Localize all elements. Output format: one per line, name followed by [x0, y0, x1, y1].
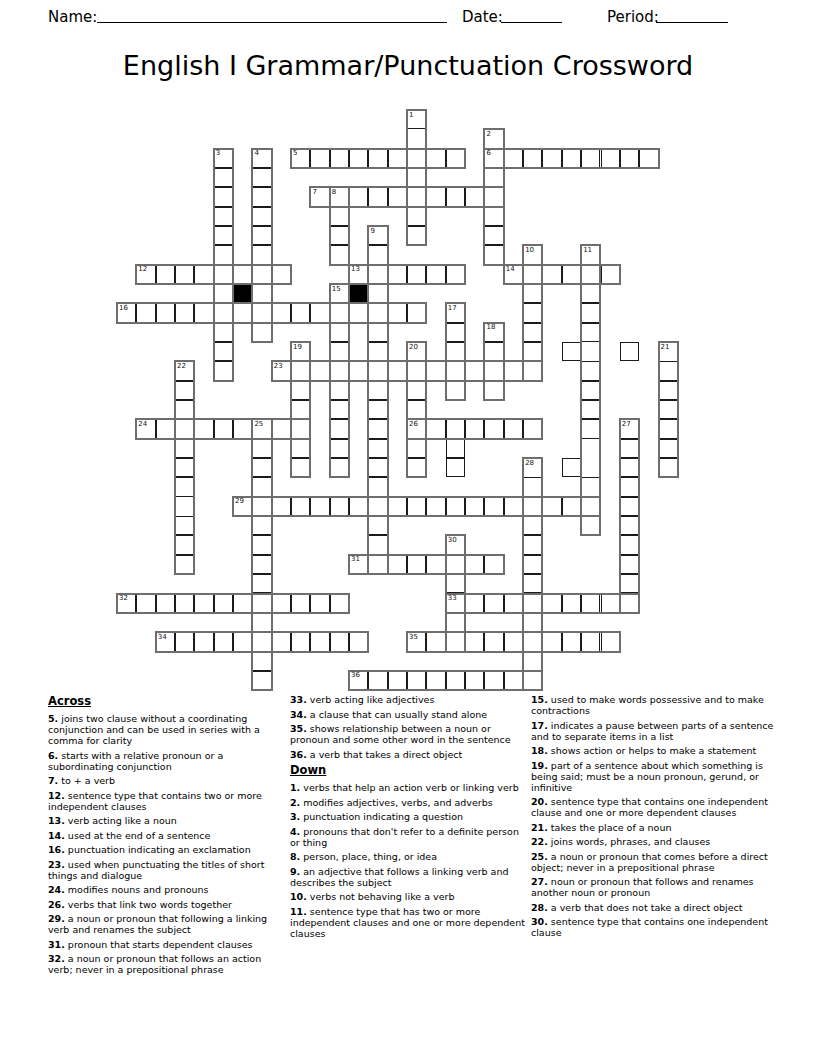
grid-cell[interactable] [523, 516, 542, 535]
grid-cell[interactable] [214, 323, 233, 342]
grid-cell[interactable] [175, 361, 194, 380]
grid-cell[interactable] [659, 419, 678, 438]
grid-cell[interactable] [233, 632, 252, 651]
grid-cell[interactable] [504, 594, 523, 613]
grid-cell[interactable] [581, 516, 600, 535]
grid-cell[interactable] [214, 207, 233, 226]
grid-cell[interactable] [523, 652, 542, 671]
grid-cell[interactable] [175, 535, 194, 554]
grid-cell[interactable] [330, 303, 349, 322]
grid-cell[interactable] [291, 497, 310, 516]
grid-cell[interactable] [407, 265, 426, 284]
grid-cell[interactable] [330, 594, 349, 613]
grid-cell[interactable] [330, 207, 349, 226]
grid-cell[interactable] [446, 671, 465, 690]
grid-cell[interactable] [504, 632, 523, 651]
grid-cell[interactable] [388, 497, 407, 516]
grid-cell[interactable] [446, 458, 465, 477]
grid-cell[interactable] [504, 497, 523, 516]
grid-cell[interactable] [446, 555, 465, 574]
grid-cell[interactable] [252, 671, 271, 690]
grid-cell[interactable] [291, 361, 310, 380]
grid-cell[interactable] [523, 342, 542, 361]
grid-cell[interactable] [252, 207, 271, 226]
grid-cell[interactable] [484, 632, 503, 651]
grid-cell[interactable] [562, 497, 581, 516]
grid-cell[interactable] [465, 419, 484, 438]
grid-cell[interactable] [562, 265, 581, 284]
grid-cell[interactable] [214, 149, 233, 168]
grid-cell[interactable] [523, 361, 542, 380]
grid-cell[interactable] [252, 226, 271, 245]
grid-cell[interactable] [523, 265, 542, 284]
grid-cell[interactable] [388, 361, 407, 380]
grid-cell[interactable] [581, 497, 600, 516]
grid-cell[interactable] [175, 477, 194, 496]
grid-cell[interactable] [368, 284, 387, 303]
grid-cell[interactable] [136, 594, 155, 613]
grid-cell[interactable] [214, 187, 233, 206]
grid-cell[interactable] [272, 497, 291, 516]
grid-cell[interactable] [484, 342, 503, 361]
grid-cell[interactable] [446, 632, 465, 651]
grid-cell[interactable] [368, 555, 387, 574]
grid-cell[interactable] [407, 497, 426, 516]
grid-cell[interactable] [523, 535, 542, 554]
grid-cell[interactable] [484, 594, 503, 613]
grid-cell[interactable] [484, 149, 503, 168]
grid-cell[interactable] [484, 555, 503, 574]
grid-cell[interactable] [368, 265, 387, 284]
grid-cell[interactable] [252, 613, 271, 632]
grid-cell[interactable] [349, 632, 368, 651]
grid-cell[interactable] [368, 516, 387, 535]
grid-cell[interactable] [214, 594, 233, 613]
grid-cell[interactable] [620, 535, 639, 554]
grid-cell[interactable] [581, 361, 600, 380]
grid-cell[interactable] [523, 574, 542, 593]
grid-cell[interactable] [407, 149, 426, 168]
grid-cell[interactable] [368, 226, 387, 245]
grid-cell[interactable] [310, 187, 329, 206]
grid-cell[interactable] [523, 632, 542, 651]
grid-cell[interactable] [368, 671, 387, 690]
grid-cell[interactable] [194, 632, 213, 651]
grid-cell[interactable] [368, 187, 387, 206]
grid-cell[interactable] [291, 149, 310, 168]
grid-cell[interactable] [175, 555, 194, 574]
grid-cell[interactable] [659, 439, 678, 458]
grid-cell[interactable] [214, 284, 233, 303]
grid-cell[interactable] [349, 265, 368, 284]
grid-cell[interactable] [465, 187, 484, 206]
grid-cell[interactable] [349, 149, 368, 168]
grid-cell[interactable] [252, 419, 271, 438]
grid-cell[interactable] [272, 361, 291, 380]
grid-cell[interactable] [484, 245, 503, 264]
grid-cell[interactable] [291, 439, 310, 458]
grid-cell[interactable] [291, 303, 310, 322]
grid-cell[interactable] [446, 323, 465, 342]
grid-cell[interactable] [175, 400, 194, 419]
grid-cell[interactable] [252, 439, 271, 458]
grid-cell[interactable] [542, 265, 561, 284]
grid-cell[interactable] [426, 361, 445, 380]
grid-cell[interactable] [175, 419, 194, 438]
grid-cell[interactable] [194, 419, 213, 438]
grid-cell[interactable] [368, 323, 387, 342]
grid-cell[interactable] [214, 303, 233, 322]
grid-cell[interactable] [349, 497, 368, 516]
grid-cell[interactable] [484, 419, 503, 438]
grid-cell[interactable] [330, 323, 349, 342]
grid-cell[interactable] [484, 381, 503, 400]
grid-cell[interactable] [330, 632, 349, 651]
grid-cell[interactable] [465, 671, 484, 690]
grid-cell[interactable] [407, 439, 426, 458]
grid-cell[interactable] [175, 303, 194, 322]
grid-cell[interactable] [465, 497, 484, 516]
grid-cell[interactable] [562, 149, 581, 168]
grid-cell[interactable] [349, 187, 368, 206]
grid-cell[interactable] [368, 535, 387, 554]
grid-cell[interactable] [214, 361, 233, 380]
grid-cell[interactable] [175, 594, 194, 613]
grid-cell[interactable] [252, 458, 271, 477]
grid-cell[interactable] [465, 632, 484, 651]
grid-cell[interactable] [562, 458, 581, 477]
grid-cell[interactable] [349, 671, 368, 690]
grid-cell[interactable] [426, 497, 445, 516]
grid-cell[interactable] [156, 419, 175, 438]
grid-cell[interactable] [252, 632, 271, 651]
grid-cell[interactable] [252, 594, 271, 613]
grid-cell[interactable] [310, 361, 329, 380]
grid-cell[interactable] [368, 477, 387, 496]
grid-cell[interactable] [330, 187, 349, 206]
grid-cell[interactable] [446, 149, 465, 168]
grid-cell[interactable] [426, 265, 445, 284]
grid-cell[interactable] [465, 555, 484, 574]
grid-cell[interactable] [388, 671, 407, 690]
grid-cell[interactable] [465, 594, 484, 613]
grid-cell[interactable] [330, 245, 349, 264]
grid-cell[interactable] [175, 516, 194, 535]
grid-cell[interactable] [484, 187, 503, 206]
grid-cell[interactable] [620, 477, 639, 496]
grid-cell[interactable] [504, 419, 523, 438]
grid-cell[interactable] [620, 458, 639, 477]
grid-cell[interactable] [117, 594, 136, 613]
grid-cell[interactable] [446, 497, 465, 516]
grid-cell[interactable] [368, 381, 387, 400]
grid-cell[interactable] [291, 458, 310, 477]
grid-cell[interactable] [368, 439, 387, 458]
grid-cell[interactable] [484, 671, 503, 690]
grid-cell[interactable] [252, 284, 271, 303]
grid-cell[interactable] [233, 303, 252, 322]
grid-cell[interactable] [581, 245, 600, 264]
grid-cell[interactable] [252, 149, 271, 168]
grid-cell[interactable] [214, 245, 233, 264]
grid-cell[interactable] [310, 303, 329, 322]
grid-cell[interactable] [233, 594, 252, 613]
grid-cell[interactable] [388, 555, 407, 574]
grid-cell[interactable] [504, 671, 523, 690]
grid-cell[interactable] [523, 149, 542, 168]
grid-cell[interactable] [252, 265, 271, 284]
grid-cell[interactable] [252, 497, 271, 516]
grid-cell[interactable] [388, 303, 407, 322]
grid-cell[interactable] [484, 323, 503, 342]
grid-cell[interactable] [368, 303, 387, 322]
grid-cell[interactable] [252, 516, 271, 535]
grid-cell[interactable] [446, 613, 465, 632]
grid-cell[interactable] [542, 497, 561, 516]
grid-cell[interactable] [620, 497, 639, 516]
grid-cell[interactable] [214, 226, 233, 245]
grid-cell[interactable] [620, 574, 639, 593]
grid-cell[interactable] [214, 342, 233, 361]
grid-cell[interactable] [156, 594, 175, 613]
grid-cell[interactable] [214, 265, 233, 284]
grid-cell[interactable] [562, 594, 581, 613]
grid-cell[interactable] [407, 419, 426, 438]
grid-cell[interactable] [233, 497, 252, 516]
grid-cell[interactable] [581, 594, 600, 613]
grid-cell[interactable] [330, 458, 349, 477]
grid-cell[interactable] [272, 419, 291, 438]
grid-cell[interactable] [136, 419, 155, 438]
grid-cell[interactable] [446, 265, 465, 284]
grid-cell[interactable] [426, 149, 445, 168]
grid-cell[interactable] [659, 381, 678, 400]
grid-cell[interactable] [446, 574, 465, 593]
grid-cell[interactable] [446, 535, 465, 554]
grid-cell[interactable] [330, 342, 349, 361]
grid-cell[interactable] [407, 187, 426, 206]
grid-cell[interactable] [117, 303, 136, 322]
grid-cell[interactable] [426, 419, 445, 438]
grid-cell[interactable] [214, 168, 233, 187]
grid-cell[interactable] [330, 497, 349, 516]
grid-cell[interactable] [272, 594, 291, 613]
grid-cell[interactable] [291, 632, 310, 651]
grid-cell[interactable] [233, 265, 252, 284]
grid-cell[interactable] [407, 226, 426, 245]
grid-cell[interactable] [407, 458, 426, 477]
grid-cell[interactable] [601, 632, 620, 651]
grid-cell[interactable] [659, 361, 678, 380]
grid-cell[interactable] [620, 516, 639, 535]
grid-cell[interactable] [581, 149, 600, 168]
grid-cell[interactable] [407, 381, 426, 400]
grid-cell[interactable] [446, 419, 465, 438]
grid-cell[interactable] [407, 342, 426, 361]
grid-cell[interactable] [368, 419, 387, 438]
grid-cell[interactable] [407, 400, 426, 419]
grid-cell[interactable] [136, 303, 155, 322]
grid-cell[interactable] [349, 555, 368, 574]
grid-cell[interactable] [252, 477, 271, 496]
period-field-line[interactable] [656, 8, 728, 23]
grid-cell[interactable] [368, 400, 387, 419]
grid-cell[interactable] [523, 497, 542, 516]
grid-cell[interactable] [523, 477, 542, 496]
grid-cell[interactable] [484, 129, 503, 148]
name-field-line[interactable] [97, 8, 447, 23]
grid-cell[interactable] [368, 342, 387, 361]
grid-cell[interactable] [620, 555, 639, 574]
grid-cell[interactable] [310, 594, 329, 613]
grid-cell[interactable] [581, 284, 600, 303]
grid-cell[interactable] [156, 632, 175, 651]
grid-cell[interactable] [446, 187, 465, 206]
grid-cell[interactable] [291, 594, 310, 613]
grid-cell[interactable] [175, 265, 194, 284]
grid-cell[interactable] [484, 226, 503, 245]
grid-cell[interactable] [523, 419, 542, 438]
grid-cell[interactable] [659, 400, 678, 419]
grid-cell[interactable] [194, 303, 213, 322]
grid-cell[interactable] [330, 361, 349, 380]
grid-cell[interactable] [407, 207, 426, 226]
grid-cell[interactable] [601, 265, 620, 284]
grid-cell[interactable] [426, 187, 445, 206]
grid-cell[interactable] [426, 671, 445, 690]
grid-cell[interactable] [504, 361, 523, 380]
grid-cell[interactable] [194, 265, 213, 284]
grid-cell[interactable] [407, 303, 426, 322]
grid-cell[interactable] [156, 303, 175, 322]
grid-cell[interactable] [388, 187, 407, 206]
grid-cell[interactable] [330, 284, 349, 303]
grid-cell[interactable] [581, 323, 600, 342]
grid-cell[interactable] [426, 555, 445, 574]
grid-cell[interactable] [562, 632, 581, 651]
grid-cell[interactable] [272, 303, 291, 322]
grid-cell[interactable] [349, 303, 368, 322]
grid-cell[interactable] [291, 419, 310, 438]
grid-cell[interactable] [523, 555, 542, 574]
grid-cell[interactable] [252, 574, 271, 593]
grid-cell[interactable] [252, 323, 271, 342]
grid-cell[interactable] [291, 342, 310, 361]
grid-cell[interactable] [523, 594, 542, 613]
grid-cell[interactable] [446, 303, 465, 322]
grid-cell[interactable] [310, 497, 329, 516]
grid-cell[interactable] [368, 458, 387, 477]
grid-cell[interactable] [620, 342, 639, 361]
grid-cell[interactable] [484, 168, 503, 187]
grid-cell[interactable] [523, 303, 542, 322]
grid-cell[interactable] [523, 613, 542, 632]
grid-cell[interactable] [214, 419, 233, 438]
grid-cell[interactable] [601, 594, 620, 613]
grid-cell[interactable] [252, 535, 271, 554]
grid-cell[interactable] [504, 265, 523, 284]
grid-cell[interactable] [388, 265, 407, 284]
grid-cell[interactable] [581, 419, 600, 438]
grid-cell[interactable] [175, 458, 194, 477]
grid-cell[interactable] [581, 477, 600, 496]
grid-cell[interactable] [620, 439, 639, 458]
grid-cell[interactable] [446, 594, 465, 613]
grid-cell[interactable] [252, 168, 271, 187]
grid-cell[interactable] [601, 149, 620, 168]
grid-cell[interactable] [581, 632, 600, 651]
grid-cell[interactable] [368, 361, 387, 380]
grid-cell[interactable] [330, 400, 349, 419]
grid-cell[interactable] [523, 245, 542, 264]
grid-cell[interactable] [233, 419, 252, 438]
grid-cell[interactable] [368, 245, 387, 264]
grid-cell[interactable] [562, 342, 581, 361]
grid-cell[interactable] [484, 497, 503, 516]
grid-cell[interactable] [659, 458, 678, 477]
grid-cell[interactable] [175, 439, 194, 458]
grid-cell[interactable] [272, 265, 291, 284]
grid-cell[interactable] [620, 149, 639, 168]
grid-cell[interactable] [426, 632, 445, 651]
grid-cell[interactable] [581, 400, 600, 419]
grid-cell[interactable] [252, 245, 271, 264]
grid-cell[interactable] [446, 361, 465, 380]
grid-cell[interactable] [194, 594, 213, 613]
grid-cell[interactable] [291, 381, 310, 400]
grid-cell[interactable] [446, 342, 465, 361]
grid-cell[interactable] [368, 497, 387, 516]
grid-cell[interactable] [446, 381, 465, 400]
grid-cell[interactable] [465, 361, 484, 380]
grid-cell[interactable] [523, 284, 542, 303]
grid-cell[interactable] [407, 632, 426, 651]
date-field-line[interactable] [501, 8, 562, 23]
grid-cell[interactable] [581, 381, 600, 400]
grid-cell[interactable] [175, 381, 194, 400]
grid-cell[interactable] [523, 671, 542, 690]
grid-cell[interactable] [252, 652, 271, 671]
grid-cell[interactable] [310, 632, 329, 651]
grid-cell[interactable] [252, 187, 271, 206]
grid-cell[interactable] [542, 149, 561, 168]
grid-cell[interactable] [272, 632, 291, 651]
grid-cell[interactable] [291, 400, 310, 419]
grid-cell[interactable] [504, 149, 523, 168]
grid-cell[interactable] [639, 149, 658, 168]
grid-cell[interactable] [542, 632, 561, 651]
grid-cell[interactable] [620, 419, 639, 438]
grid-cell[interactable] [330, 419, 349, 438]
grid-cell[interactable] [407, 361, 426, 380]
grid-cell[interactable] [620, 594, 639, 613]
grid-cell[interactable] [330, 439, 349, 458]
grid-cell[interactable] [349, 361, 368, 380]
grid-cell[interactable] [136, 265, 155, 284]
grid-cell[interactable] [484, 361, 503, 380]
grid-cell[interactable] [523, 323, 542, 342]
grid-cell[interactable] [252, 303, 271, 322]
grid-cell[interactable] [446, 439, 465, 458]
grid-cell[interactable] [330, 381, 349, 400]
grid-cell[interactable] [407, 110, 426, 129]
grid-cell[interactable] [156, 265, 175, 284]
grid-cell[interactable] [581, 303, 600, 322]
grid-cell[interactable] [407, 168, 426, 187]
grid-cell[interactable] [252, 555, 271, 574]
grid-cell[interactable] [407, 671, 426, 690]
grid-cell[interactable] [407, 555, 426, 574]
